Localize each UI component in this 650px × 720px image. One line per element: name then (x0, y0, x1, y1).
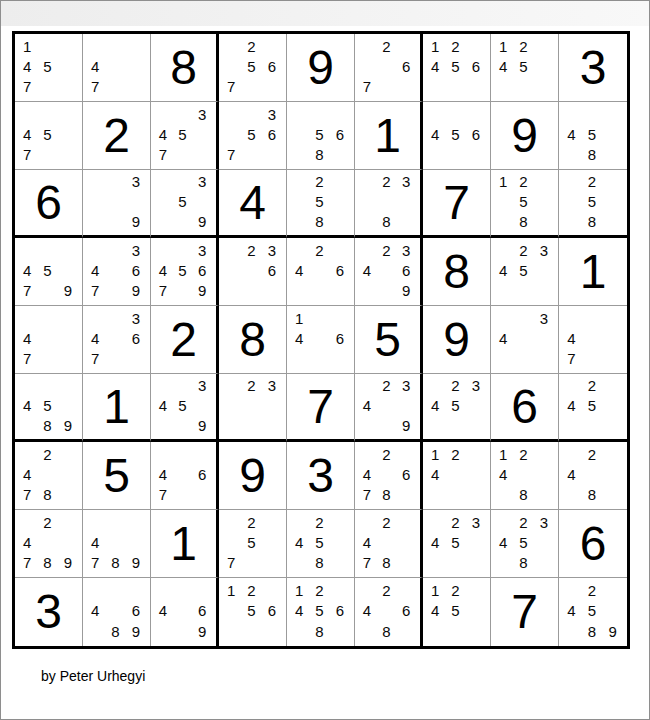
solved-digit: 3 (287, 442, 354, 509)
pencil-marks: 2458 (287, 510, 354, 577)
cell-r8c3[interactable]: 1 (151, 510, 219, 578)
pencil-marks: 146 (287, 306, 354, 373)
cell-r9c6[interactable]: 2468 (355, 578, 423, 646)
empty-slot (221, 260, 241, 280)
pencil-marks: 2345 (423, 510, 490, 577)
empty-slot (262, 281, 282, 301)
candidate-1: 1 (493, 172, 513, 192)
pencil-marks: 359 (151, 170, 216, 235)
empty-slot (153, 376, 173, 396)
empty-slot (534, 553, 554, 573)
cell-r1c8[interactable]: 1245 (491, 34, 559, 102)
empty-slot (105, 512, 125, 532)
cell-r5c5[interactable]: 146 (287, 306, 355, 374)
candidate-9: 9 (192, 211, 212, 231)
empty-slot (289, 211, 309, 231)
candidate-8: 8 (582, 145, 603, 165)
page: 1457478256792671245612453457234573567568… (0, 0, 650, 720)
empty-slot (241, 553, 261, 573)
candidate-4: 4 (357, 532, 377, 552)
cell-r1c7[interactable]: 12456 (423, 34, 491, 102)
candidate-4: 4 (289, 328, 309, 348)
candidate-5: 5 (445, 56, 465, 76)
candidate-6: 6 (126, 328, 146, 348)
empty-slot (602, 415, 623, 435)
candidate-4: 4 (357, 601, 377, 622)
empty-slot (153, 104, 173, 124)
cell-r9c4[interactable]: 1256 (219, 578, 287, 646)
empty-slot (445, 553, 465, 573)
empty-slot (534, 281, 554, 301)
cell-r5c7[interactable]: 9 (423, 306, 491, 374)
empty-slot (396, 192, 416, 212)
empty-slot (173, 580, 193, 601)
pencil-marks: 458 (559, 102, 627, 169)
candidate-6: 6 (126, 260, 146, 280)
empty-slot (425, 77, 445, 97)
empty-slot (513, 281, 533, 301)
empty-slot (105, 56, 125, 76)
candidate-1: 1 (289, 580, 309, 601)
empty-slot (561, 172, 582, 192)
cell-r8c9[interactable]: 6 (559, 510, 627, 578)
candidate-3: 3 (466, 376, 486, 396)
candidate-1: 1 (289, 308, 309, 328)
cell-r4c3[interactable]: 345679 (151, 238, 219, 306)
cell-r1c6[interactable]: 267 (355, 34, 423, 102)
empty-slot (221, 240, 241, 260)
empty-slot (513, 308, 533, 328)
candidate-4: 4 (425, 464, 445, 484)
empty-slot (445, 145, 465, 165)
candidate-2: 2 (513, 172, 533, 192)
empty-slot (425, 553, 445, 573)
empty-slot (561, 621, 582, 642)
cell-r7c6[interactable]: 24678 (355, 442, 423, 510)
empty-slot (262, 415, 282, 435)
empty-slot (425, 104, 445, 124)
candidate-5: 5 (309, 192, 329, 212)
empty-slot (289, 512, 309, 532)
candidate-3: 3 (534, 512, 554, 532)
empty-slot (602, 172, 623, 192)
candidate-5: 5 (241, 532, 261, 552)
empty-slot (221, 104, 241, 124)
empty-slot (58, 260, 78, 280)
empty-slot (534, 56, 554, 76)
empty-slot (37, 532, 57, 552)
empty-slot (105, 77, 125, 97)
empty-slot (396, 580, 416, 601)
candidate-4: 4 (493, 56, 513, 76)
cell-r7c7[interactable]: 124 (423, 442, 491, 510)
cell-r5c8[interactable]: 34 (491, 306, 559, 374)
candidate-4: 4 (85, 56, 105, 76)
empty-slot (330, 192, 350, 212)
empty-slot (85, 621, 105, 642)
candidate-6: 6 (192, 601, 212, 622)
candidate-4: 4 (17, 56, 37, 76)
candidate-5: 5 (309, 601, 329, 622)
cell-r8c2[interactable]: 4789 (83, 510, 151, 578)
candidate-8: 8 (37, 485, 57, 505)
empty-slot (602, 192, 623, 212)
empty-slot (221, 36, 241, 56)
empty-slot (357, 444, 377, 464)
candidate-4: 4 (425, 396, 445, 416)
candidate-2: 2 (445, 36, 465, 56)
cell-r3c9[interactable]: 258 (559, 170, 627, 238)
empty-slot (582, 464, 603, 484)
empty-slot (493, 281, 513, 301)
cell-r9c2[interactable]: 4689 (83, 578, 151, 646)
candidate-3: 3 (192, 104, 212, 124)
candidate-7: 7 (153, 485, 173, 505)
empty-slot (330, 349, 350, 369)
candidate-5: 5 (582, 396, 603, 416)
candidate-1: 1 (221, 580, 241, 601)
candidate-7: 7 (17, 553, 37, 573)
pencil-marks: 267 (355, 34, 420, 101)
cell-r5c1[interactable]: 47 (15, 306, 83, 374)
empty-slot (534, 211, 554, 231)
pencil-marks: 2478 (355, 510, 420, 577)
cell-r7c5[interactable]: 3 (287, 442, 355, 510)
cell-r2c4[interactable]: 3567 (219, 102, 287, 170)
empty-slot (445, 464, 465, 484)
cell-r3c3[interactable]: 359 (151, 170, 219, 238)
cell-r5c9[interactable]: 47 (559, 306, 627, 374)
candidate-4: 4 (153, 464, 173, 484)
cell-r9c9[interactable]: 24589 (559, 578, 627, 646)
solved-digit: 1 (355, 102, 420, 169)
cell-r3c5[interactable]: 258 (287, 170, 355, 238)
empty-slot (85, 211, 105, 231)
empty-slot (192, 145, 212, 165)
empty-slot (396, 532, 416, 552)
empty-slot (289, 192, 309, 212)
cell-r2c9[interactable]: 458 (559, 102, 627, 170)
cell-r7c4[interactable]: 9 (219, 442, 287, 510)
cell-r2c5[interactable]: 568 (287, 102, 355, 170)
empty-slot (466, 415, 486, 435)
cell-r5c3[interactable]: 2 (151, 306, 219, 374)
empty-slot (602, 376, 623, 396)
pencil-marks: 2349 (355, 374, 420, 439)
empty-slot (173, 464, 193, 484)
cell-r6c2[interactable]: 1 (83, 374, 151, 442)
candidate-9: 9 (602, 621, 623, 642)
solved-digit: 1 (559, 238, 627, 305)
empty-slot (37, 77, 57, 97)
candidate-8: 8 (309, 553, 329, 573)
cell-r3c2[interactable]: 39 (83, 170, 151, 238)
candidate-8: 8 (513, 485, 533, 505)
cell-r1c3[interactable]: 8 (151, 34, 219, 102)
empty-slot (309, 104, 329, 124)
empty-slot (561, 192, 582, 212)
cell-r8c4[interactable]: 257 (219, 510, 287, 578)
candidate-4: 4 (493, 464, 513, 484)
cell-r4c8[interactable]: 2345 (491, 238, 559, 306)
cell-r2c2[interactable]: 2 (83, 102, 151, 170)
candidate-6: 6 (330, 260, 350, 280)
cell-r1c2[interactable]: 47 (83, 34, 151, 102)
cell-r4c6[interactable]: 23469 (355, 238, 423, 306)
pencil-marks: 1258 (491, 170, 558, 235)
candidate-6: 6 (126, 601, 146, 622)
empty-slot (289, 621, 309, 642)
cell-r2c6[interactable]: 1 (355, 102, 423, 170)
empty-slot (493, 512, 513, 532)
solved-digit: 9 (491, 102, 558, 169)
empty-slot (602, 396, 623, 416)
pencil-marks: 24589 (559, 578, 627, 646)
empty-slot (241, 260, 261, 280)
cell-r3c8[interactable]: 1258 (491, 170, 559, 238)
pencil-marks: 457 (15, 102, 82, 169)
pencil-marks: 47 (559, 306, 627, 373)
candidate-9: 9 (192, 281, 212, 301)
cell-r8c8[interactable]: 23458 (491, 510, 559, 578)
empty-slot (192, 444, 212, 464)
cell-r7c3[interactable]: 467 (151, 442, 219, 510)
cell-r6c6[interactable]: 2349 (355, 374, 423, 442)
cell-r7c2[interactable]: 5 (83, 442, 151, 510)
solved-digit: 8 (151, 34, 216, 101)
candidate-2: 2 (513, 240, 533, 260)
candidate-2: 2 (241, 580, 261, 601)
cell-r5c6[interactable]: 5 (355, 306, 423, 374)
cell-r5c4[interactable]: 8 (219, 306, 287, 374)
cell-r7c8[interactable]: 1248 (491, 442, 559, 510)
empty-slot (377, 532, 397, 552)
cell-r8c1[interactable]: 24789 (15, 510, 83, 578)
cell-r5c2[interactable]: 3467 (83, 306, 151, 374)
empty-slot (153, 172, 173, 192)
empty-slot (241, 396, 261, 416)
cell-r6c9[interactable]: 245 (559, 374, 627, 442)
empty-slot (105, 36, 125, 56)
candidate-2: 2 (241, 240, 261, 260)
cell-r8c6[interactable]: 2478 (355, 510, 423, 578)
empty-slot (602, 211, 623, 231)
empty-slot (582, 415, 603, 435)
candidate-7: 7 (153, 281, 173, 301)
empty-slot (289, 104, 309, 124)
empty-slot (377, 281, 397, 301)
empty-slot (58, 104, 78, 124)
pencil-marks: 47 (15, 306, 82, 373)
pencil-marks: 2567 (219, 34, 286, 101)
empty-slot (466, 77, 486, 97)
empty-slot (221, 376, 241, 396)
cell-r6c5[interactable]: 7 (287, 374, 355, 442)
cell-r4c7[interactable]: 8 (423, 238, 491, 306)
solved-digit: 5 (355, 306, 420, 373)
cell-r4c5[interactable]: 246 (287, 238, 355, 306)
empty-slot (153, 444, 173, 464)
cell-r7c1[interactable]: 2478 (15, 442, 83, 510)
cell-r3c1[interactable]: 6 (15, 170, 83, 238)
empty-slot (330, 553, 350, 573)
candidate-7: 7 (357, 77, 377, 97)
cell-r9c5[interactable]: 124568 (287, 578, 355, 646)
cell-r1c1[interactable]: 1457 (15, 34, 83, 102)
candidate-4: 4 (153, 396, 173, 416)
candidate-3: 3 (534, 308, 554, 328)
candidate-5: 5 (173, 396, 193, 416)
empty-slot (173, 485, 193, 505)
cell-r9c8[interactable]: 7 (491, 578, 559, 646)
empty-slot (58, 485, 78, 505)
cell-r7c9[interactable]: 248 (559, 442, 627, 510)
empty-slot (85, 580, 105, 601)
empty-slot (37, 240, 57, 260)
candidate-7: 7 (17, 349, 37, 369)
pencil-marks: 345679 (151, 238, 216, 305)
candidate-6: 6 (330, 124, 350, 144)
candidate-7: 7 (85, 77, 105, 97)
candidate-2: 2 (513, 512, 533, 532)
cell-r1c4[interactable]: 2567 (219, 34, 287, 102)
cell-r4c9[interactable]: 1 (559, 238, 627, 306)
pencil-marks: 238 (355, 170, 420, 235)
empty-slot (289, 124, 309, 144)
candidate-3: 3 (396, 376, 416, 396)
candidate-6: 6 (396, 464, 416, 484)
empty-slot (37, 328, 57, 348)
cell-r3c6[interactable]: 238 (355, 170, 423, 238)
cell-r6c3[interactable]: 3459 (151, 374, 219, 442)
candidate-3: 3 (192, 172, 212, 192)
cell-r2c7[interactable]: 456 (423, 102, 491, 170)
candidate-7: 7 (17, 77, 37, 97)
candidate-7: 7 (17, 485, 37, 505)
empty-slot (445, 485, 465, 505)
empty-slot (153, 415, 173, 435)
empty-slot (513, 464, 533, 484)
empty-slot (493, 192, 513, 212)
candidate-1: 1 (425, 36, 445, 56)
candidate-3: 3 (126, 172, 146, 192)
empty-slot (534, 260, 554, 280)
empty-slot (602, 464, 623, 484)
pencil-marks: 23469 (355, 238, 420, 305)
empty-slot (37, 36, 57, 56)
empty-slot (396, 211, 416, 231)
candidate-2: 2 (309, 580, 329, 601)
candidate-5: 5 (37, 56, 57, 76)
empty-slot (289, 553, 309, 573)
empty-slot (377, 464, 397, 484)
candidate-2: 2 (377, 36, 397, 56)
empty-slot (466, 104, 486, 124)
empty-slot (262, 77, 282, 97)
empty-slot (105, 172, 125, 192)
pencil-marks: 124 (423, 442, 490, 509)
empty-slot (37, 308, 57, 328)
empty-slot (173, 104, 193, 124)
empty-slot (561, 485, 582, 505)
empty-slot (173, 415, 193, 435)
empty-slot (534, 349, 554, 369)
empty-slot (153, 240, 173, 260)
candidate-5: 5 (445, 124, 465, 144)
candidate-5: 5 (445, 601, 465, 622)
cell-r4c2[interactable]: 34679 (83, 238, 151, 306)
candidate-5: 5 (173, 124, 193, 144)
cell-r9c1[interactable]: 3 (15, 578, 83, 646)
empty-slot (58, 124, 78, 144)
cell-r1c5[interactable]: 9 (287, 34, 355, 102)
empty-slot (466, 485, 486, 505)
candidate-5: 5 (241, 124, 261, 144)
cell-r4c4[interactable]: 236 (219, 238, 287, 306)
empty-slot (262, 512, 282, 532)
cell-r2c8[interactable]: 9 (491, 102, 559, 170)
cell-r1c9[interactable]: 3 (559, 34, 627, 102)
candidate-9: 9 (396, 415, 416, 435)
candidate-4: 4 (153, 124, 173, 144)
empty-slot (445, 77, 465, 97)
candidate-7: 7 (357, 553, 377, 573)
cell-r3c7[interactable]: 7 (423, 170, 491, 238)
empty-slot (602, 328, 623, 348)
cell-r2c3[interactable]: 3457 (151, 102, 219, 170)
empty-slot (602, 124, 623, 144)
candidate-2: 2 (582, 580, 603, 601)
pencil-marks: 24789 (15, 510, 82, 577)
cell-r6c8[interactable]: 6 (491, 374, 559, 442)
cell-r2c1[interactable]: 457 (15, 102, 83, 170)
cell-r9c3[interactable]: 469 (151, 578, 219, 646)
empty-slot (17, 240, 37, 260)
empty-slot (602, 104, 623, 124)
cell-r9c7[interactable]: 1245 (423, 578, 491, 646)
empty-slot (262, 553, 282, 573)
candidate-4: 4 (493, 532, 513, 552)
candidate-2: 2 (377, 376, 397, 396)
candidate-2: 2 (377, 444, 397, 464)
empty-slot (534, 172, 554, 192)
empty-slot (493, 240, 513, 260)
cell-r6c4[interactable]: 23 (219, 374, 287, 442)
candidate-2: 2 (445, 512, 465, 532)
cell-r6c1[interactable]: 4589 (15, 374, 83, 442)
empty-slot (58, 349, 78, 369)
cell-r3c4[interactable]: 4 (219, 170, 287, 238)
empty-slot (582, 308, 603, 328)
empty-slot (58, 328, 78, 348)
candidate-6: 6 (396, 260, 416, 280)
cell-r8c5[interactable]: 2458 (287, 510, 355, 578)
empty-slot (330, 211, 350, 231)
candidate-4: 4 (85, 532, 105, 552)
cell-r8c7[interactable]: 2345 (423, 510, 491, 578)
empty-slot (561, 415, 582, 435)
cell-r4c1[interactable]: 4579 (15, 238, 83, 306)
candidate-5: 5 (241, 601, 261, 622)
empty-slot (493, 349, 513, 369)
empty-slot (602, 349, 623, 369)
candidate-4: 4 (17, 328, 37, 348)
candidate-4: 4 (17, 260, 37, 280)
candidate-2: 2 (445, 444, 465, 464)
cell-r6c7[interactable]: 2345 (423, 374, 491, 442)
empty-slot (262, 532, 282, 552)
candidate-4: 4 (85, 328, 105, 348)
